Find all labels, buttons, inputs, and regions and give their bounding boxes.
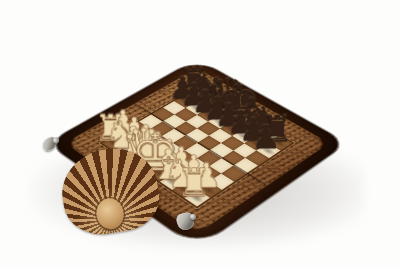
piece-white-rook[interactable]: ♜ — [176, 165, 210, 200]
board-3d-scene: ♜♞♝♛♚♝♞♜♟♟♟♟♟♟♟♟♟♟♟♟♟♟♟♟♜♞♝♛♚♝♞♜ — [0, 0, 400, 267]
product-photo-stage: ♜♞♝♛♚♝♞♜♟♟♟♟♟♟♟♟♟♟♟♟♟♟♟♟♜♞♝♛♚♝♞♜ — [0, 0, 400, 267]
piece-black-pawn[interactable]: ♟ — [251, 123, 280, 153]
